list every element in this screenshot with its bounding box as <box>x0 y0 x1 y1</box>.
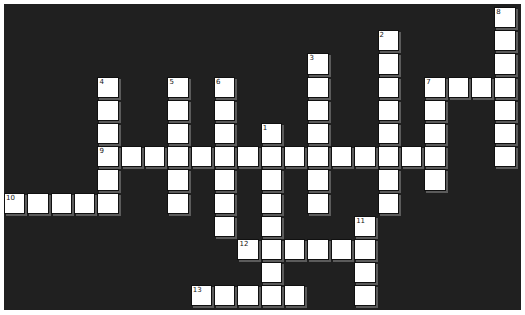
crossword-cell[interactable]: 3 <box>307 53 328 74</box>
blocked-cell <box>26 6 49 29</box>
blocked-cell <box>96 238 119 261</box>
crossword-cell[interactable]: 13 <box>191 285 212 306</box>
blocked-cell <box>50 238 73 261</box>
crossword-cell[interactable] <box>261 216 282 237</box>
blocked-cell <box>330 29 353 52</box>
blocked-cell <box>400 122 423 145</box>
blocked-cell <box>330 168 353 191</box>
crossword-cell[interactable] <box>97 169 118 190</box>
blocked-cell <box>283 6 306 29</box>
blocked-cell <box>353 168 376 191</box>
blocked-cell <box>26 99 49 122</box>
clue-number: 8 <box>496 8 500 16</box>
blocked-cell <box>400 215 423 238</box>
blocked-cell <box>330 52 353 75</box>
crossword-cell[interactable] <box>214 285 235 306</box>
crossword-cell[interactable] <box>74 193 95 214</box>
blocked-cell <box>470 122 493 145</box>
blocked-cell <box>190 168 213 191</box>
crossword-cell[interactable] <box>494 30 515 51</box>
crossword-cell[interactable] <box>401 146 422 167</box>
blocked-cell <box>236 168 259 191</box>
crossword-cell[interactable]: 1 <box>261 123 282 144</box>
crossword-cell[interactable] <box>144 146 165 167</box>
blocked-cell <box>96 261 119 284</box>
blocked-cell <box>73 261 96 284</box>
blocked-cell <box>50 52 73 75</box>
blocked-cell <box>120 52 143 75</box>
blocked-cell <box>190 29 213 52</box>
clue-number: 2 <box>380 31 384 39</box>
blocked-cell <box>50 168 73 191</box>
crossword-cell[interactable] <box>261 262 282 283</box>
clue-number: 3 <box>309 54 313 62</box>
blocked-cell <box>493 284 516 307</box>
blocked-cell <box>143 76 166 99</box>
blocked-cell <box>400 52 423 75</box>
blocked-cell <box>353 29 376 52</box>
blocked-cell <box>120 76 143 99</box>
crossword-cell[interactable]: 10 <box>4 193 25 214</box>
blocked-cell <box>26 238 49 261</box>
crossword-cell[interactable] <box>424 123 445 144</box>
blocked-cell <box>73 122 96 145</box>
blocked-cell <box>190 122 213 145</box>
blocked-cell <box>143 6 166 29</box>
blocked-cell <box>3 261 26 284</box>
blocked-cell <box>96 284 119 307</box>
blocked-cell <box>143 192 166 215</box>
blocked-cell <box>447 52 470 75</box>
crossword-cell[interactable] <box>307 100 328 121</box>
crossword-cell[interactable] <box>354 285 375 306</box>
crossword-cell[interactable]: 6 <box>214 77 235 98</box>
blocked-cell <box>26 215 49 238</box>
blocked-cell <box>353 192 376 215</box>
blocked-cell <box>73 168 96 191</box>
blocked-cell <box>120 215 143 238</box>
blocked-cell <box>143 215 166 238</box>
blocked-cell <box>143 261 166 284</box>
blocked-cell <box>143 99 166 122</box>
blocked-cell <box>306 284 329 307</box>
blocked-cell <box>330 284 353 307</box>
blocked-cell <box>470 52 493 75</box>
clue-number: 12 <box>239 240 248 248</box>
clue-number: 11 <box>356 217 365 225</box>
clue-number: 10 <box>6 194 15 202</box>
crossword-cell[interactable]: 2 <box>378 30 399 51</box>
crossword-cell[interactable] <box>494 53 515 74</box>
crossword-cell[interactable] <box>261 169 282 190</box>
crossword-cell[interactable] <box>167 169 188 190</box>
blocked-cell <box>400 284 423 307</box>
crossword-cell[interactable] <box>307 77 328 98</box>
blocked-cell <box>330 215 353 238</box>
blocked-cell <box>3 6 26 29</box>
blocked-cell <box>50 122 73 145</box>
blocked-cell <box>73 99 96 122</box>
blocked-cell <box>120 99 143 122</box>
blocked-cell <box>493 238 516 261</box>
blocked-cell <box>120 238 143 261</box>
blocked-cell <box>260 76 283 99</box>
crossword-cell[interactable] <box>191 146 212 167</box>
crossword-cell[interactable] <box>121 146 142 167</box>
blocked-cell <box>493 261 516 284</box>
blocked-cell <box>190 99 213 122</box>
blocked-cell <box>447 6 470 29</box>
crossword-cell[interactable]: 5 <box>167 77 188 98</box>
blocked-cell <box>470 261 493 284</box>
blocked-cell <box>166 52 189 75</box>
blocked-cell <box>447 29 470 52</box>
blocked-cell <box>50 76 73 99</box>
blocked-cell <box>377 215 400 238</box>
blocked-cell <box>330 99 353 122</box>
crossword-cell[interactable] <box>307 193 328 214</box>
blocked-cell <box>353 99 376 122</box>
blocked-cell <box>493 168 516 191</box>
blocked-cell <box>423 52 446 75</box>
blocked-cell <box>306 261 329 284</box>
blocked-cell <box>50 29 73 52</box>
crossword-cell[interactable] <box>261 285 282 306</box>
crossword-cell[interactable]: 11 <box>354 216 375 237</box>
blocked-cell <box>423 192 446 215</box>
crossword-cell[interactable] <box>378 53 399 74</box>
blocked-cell <box>166 29 189 52</box>
blocked-cell <box>493 192 516 215</box>
blocked-cell <box>400 168 423 191</box>
blocked-cell <box>353 6 376 29</box>
crossword-cell[interactable] <box>237 146 258 167</box>
blocked-cell <box>3 215 26 238</box>
crossword-cell[interactable] <box>378 100 399 121</box>
crossword-cell[interactable] <box>97 193 118 214</box>
crossword-cell[interactable] <box>354 262 375 283</box>
blocked-cell <box>447 284 470 307</box>
blocked-cell <box>73 284 96 307</box>
blocked-cell <box>213 238 236 261</box>
blocked-cell <box>190 76 213 99</box>
blocked-cell <box>423 284 446 307</box>
crossword-cell[interactable] <box>284 285 305 306</box>
blocked-cell <box>190 192 213 215</box>
crossword-cell[interactable] <box>167 193 188 214</box>
crossword-cell[interactable] <box>261 193 282 214</box>
blocked-cell <box>190 261 213 284</box>
blocked-cell <box>73 6 96 29</box>
crossword-cell[interactable] <box>424 100 445 121</box>
blocked-cell <box>236 76 259 99</box>
crossword-cell[interactable] <box>354 146 375 167</box>
blocked-cell <box>306 215 329 238</box>
blocked-cell <box>236 52 259 75</box>
blocked-cell <box>423 6 446 29</box>
clue-number: 5 <box>169 78 173 86</box>
crossword-cell[interactable] <box>307 123 328 144</box>
blocked-cell <box>306 6 329 29</box>
clue-number: 6 <box>216 78 220 86</box>
blocked-cell <box>120 284 143 307</box>
blocked-cell <box>423 215 446 238</box>
clue-number: 13 <box>193 286 202 294</box>
blocked-cell <box>190 52 213 75</box>
blocked-cell <box>236 215 259 238</box>
blocked-cell <box>73 215 96 238</box>
crossword-puzzle-image: 82345671910111213 <box>0 0 525 315</box>
blocked-cell <box>73 145 96 168</box>
blocked-cell <box>3 145 26 168</box>
crossword-cell[interactable] <box>448 77 469 98</box>
blocked-cell <box>143 52 166 75</box>
blocked-cell <box>377 261 400 284</box>
blocked-cell <box>423 29 446 52</box>
blocked-cell <box>493 215 516 238</box>
blocked-cell <box>330 76 353 99</box>
blocked-cell <box>470 168 493 191</box>
blocked-cell <box>166 238 189 261</box>
blocked-cell <box>166 261 189 284</box>
crossword-cell[interactable] <box>307 169 328 190</box>
blocked-cell <box>143 29 166 52</box>
blocked-cell <box>353 122 376 145</box>
clue-number: 7 <box>426 78 430 86</box>
crossword-cell[interactable] <box>214 193 235 214</box>
blocked-cell <box>330 261 353 284</box>
blocked-cell <box>283 29 306 52</box>
blocked-cell <box>3 284 26 307</box>
crossword-cell[interactable] <box>494 123 515 144</box>
crossword-cell[interactable] <box>307 239 328 260</box>
blocked-cell <box>3 52 26 75</box>
blocked-cell <box>143 284 166 307</box>
blocked-cell <box>3 76 26 99</box>
blocked-cell <box>236 99 259 122</box>
blocked-cell <box>283 192 306 215</box>
crossword-cell[interactable] <box>51 193 72 214</box>
crossword-cell[interactable]: 8 <box>494 7 515 28</box>
blocked-cell <box>470 29 493 52</box>
blocked-cell <box>50 6 73 29</box>
blocked-cell <box>330 122 353 145</box>
clue-number: 1 <box>263 124 267 132</box>
blocked-cell <box>377 284 400 307</box>
blocked-cell <box>3 122 26 145</box>
blocked-cell <box>120 192 143 215</box>
blocked-cell <box>470 6 493 29</box>
blocked-cell <box>50 284 73 307</box>
blocked-cell <box>96 215 119 238</box>
blocked-cell <box>236 6 259 29</box>
blocked-cell <box>447 99 470 122</box>
crossword-cell[interactable] <box>261 239 282 260</box>
crossword-cell[interactable] <box>214 169 235 190</box>
blocked-cell <box>447 145 470 168</box>
blocked-cell <box>96 6 119 29</box>
blocked-cell <box>447 261 470 284</box>
blocked-cell <box>447 122 470 145</box>
blocked-cell <box>96 52 119 75</box>
blocked-cell <box>73 52 96 75</box>
clue-number: 4 <box>99 78 103 86</box>
blocked-cell <box>236 122 259 145</box>
crossword-cell[interactable]: 4 <box>97 77 118 98</box>
blocked-cell <box>26 52 49 75</box>
blocked-cell <box>236 192 259 215</box>
blocked-cell <box>3 29 26 52</box>
blocked-cell <box>353 76 376 99</box>
blocked-cell <box>3 238 26 261</box>
crossword-cell[interactable] <box>214 123 235 144</box>
blocked-cell <box>190 215 213 238</box>
blocked-cell <box>447 238 470 261</box>
blocked-cell <box>423 238 446 261</box>
crossword-cell[interactable] <box>214 146 235 167</box>
blocked-cell <box>470 215 493 238</box>
crossword-cell[interactable] <box>284 239 305 260</box>
blocked-cell <box>143 168 166 191</box>
blocked-cell <box>26 76 49 99</box>
crossword-cell[interactable] <box>471 77 492 98</box>
blocked-cell <box>120 29 143 52</box>
blocked-cell <box>50 145 73 168</box>
blocked-cell <box>213 261 236 284</box>
crossword-cell[interactable] <box>354 239 375 260</box>
crossword-cell[interactable] <box>307 146 328 167</box>
crossword-cell[interactable] <box>27 193 48 214</box>
clue-number: 9 <box>99 147 103 155</box>
blocked-cell <box>120 6 143 29</box>
blocked-cell <box>50 99 73 122</box>
blocked-cell <box>377 6 400 29</box>
crossword-cell[interactable]: 9 <box>97 146 118 167</box>
blocked-cell <box>26 168 49 191</box>
blocked-cell <box>283 76 306 99</box>
crossword-cell[interactable] <box>167 100 188 121</box>
blocked-cell <box>213 52 236 75</box>
blocked-cell <box>50 215 73 238</box>
blocked-cell <box>283 122 306 145</box>
blocked-cell <box>260 52 283 75</box>
blocked-cell <box>26 145 49 168</box>
blocked-cell <box>470 145 493 168</box>
blocked-cell <box>120 168 143 191</box>
crossword-cell[interactable] <box>214 100 235 121</box>
blocked-cell <box>423 261 446 284</box>
blocked-cell <box>330 192 353 215</box>
blocked-cell <box>330 6 353 29</box>
blocked-cell <box>447 215 470 238</box>
blocked-cell <box>283 261 306 284</box>
blocked-cell <box>353 52 376 75</box>
crossword-cell[interactable] <box>237 285 258 306</box>
crossword-cell[interactable] <box>494 100 515 121</box>
crossword-board: 82345671910111213 <box>3 6 517 307</box>
blocked-cell <box>400 192 423 215</box>
blocked-cell <box>26 261 49 284</box>
crossword-cell[interactable] <box>284 146 305 167</box>
blocked-cell <box>260 29 283 52</box>
blocked-cell <box>73 29 96 52</box>
crossword-cell[interactable] <box>378 193 399 214</box>
blocked-cell <box>400 76 423 99</box>
blocked-cell <box>400 29 423 52</box>
blocked-cell <box>3 99 26 122</box>
crossword-cell[interactable] <box>378 146 399 167</box>
crossword-cell[interactable]: 7 <box>424 77 445 98</box>
blocked-cell <box>470 238 493 261</box>
blocked-cell <box>470 284 493 307</box>
blocked-cell <box>73 238 96 261</box>
crossword-cell[interactable] <box>331 239 352 260</box>
crossword-cell[interactable] <box>331 146 352 167</box>
blocked-cell <box>447 168 470 191</box>
blocked-cell <box>26 29 49 52</box>
crossword-cell[interactable] <box>378 169 399 190</box>
blocked-cell <box>470 99 493 122</box>
crossword-cell[interactable] <box>167 123 188 144</box>
blocked-cell <box>377 238 400 261</box>
blocked-cell <box>306 29 329 52</box>
crossword-cell[interactable] <box>261 146 282 167</box>
crossword-cell[interactable] <box>214 216 235 237</box>
crossword-cell[interactable] <box>494 146 515 167</box>
blocked-cell <box>166 215 189 238</box>
crossword-cell[interactable] <box>494 77 515 98</box>
crossword-cell[interactable] <box>97 100 118 121</box>
blocked-cell <box>213 6 236 29</box>
blocked-cell <box>400 99 423 122</box>
blocked-cell <box>400 238 423 261</box>
blocked-cell <box>26 284 49 307</box>
blocked-cell <box>283 52 306 75</box>
blocked-cell <box>260 99 283 122</box>
crossword-cell[interactable] <box>97 123 118 144</box>
blocked-cell <box>400 261 423 284</box>
blocked-cell <box>260 6 283 29</box>
blocked-cell <box>120 122 143 145</box>
crossword-cell[interactable] <box>378 123 399 144</box>
crossword-cell[interactable] <box>424 169 445 190</box>
blocked-cell <box>120 261 143 284</box>
blocked-cell <box>143 122 166 145</box>
blocked-cell <box>50 261 73 284</box>
blocked-cell <box>190 6 213 29</box>
blocked-cell <box>96 29 119 52</box>
blocked-cell <box>143 238 166 261</box>
blocked-cell <box>26 122 49 145</box>
blocked-cell <box>166 284 189 307</box>
blocked-cell <box>236 261 259 284</box>
blocked-cell <box>190 238 213 261</box>
crossword-cell[interactable] <box>424 146 445 167</box>
crossword-cell[interactable] <box>167 146 188 167</box>
blocked-cell <box>283 215 306 238</box>
blocked-cell <box>470 192 493 215</box>
blocked-cell <box>283 99 306 122</box>
blocked-cell <box>213 29 236 52</box>
blocked-cell <box>73 76 96 99</box>
blocked-cell <box>166 6 189 29</box>
blocked-cell <box>3 168 26 191</box>
crossword-cell[interactable] <box>378 77 399 98</box>
blocked-cell <box>283 168 306 191</box>
blocked-cell <box>236 29 259 52</box>
blocked-cell <box>400 6 423 29</box>
crossword-cell[interactable]: 12 <box>237 239 258 260</box>
